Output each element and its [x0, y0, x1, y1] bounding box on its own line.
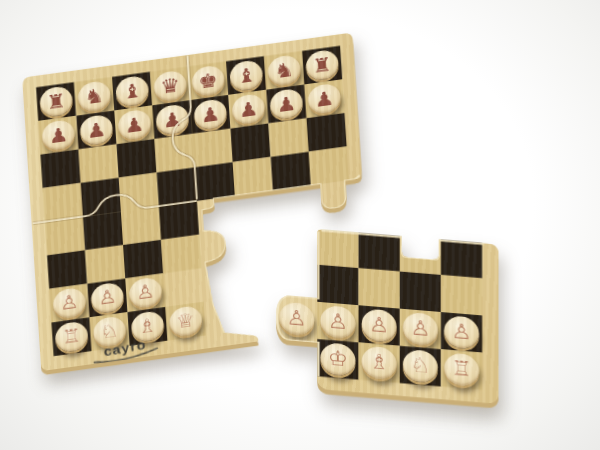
white-king-disc: ♔: [320, 342, 355, 377]
black-pawn-disc: ♟: [79, 113, 113, 146]
square: ♔: [317, 339, 358, 380]
square: [116, 139, 156, 178]
square: [233, 157, 273, 196]
square: [271, 152, 311, 191]
square: [268, 118, 308, 157]
square: ♟: [114, 105, 154, 144]
black-pawn-disc: ♟: [269, 87, 303, 120]
square: [195, 162, 235, 201]
square: ♙: [49, 284, 89, 323]
square: ♕: [165, 302, 205, 341]
white-pawn-disc: ♙: [444, 315, 479, 350]
square: ♜: [302, 46, 342, 85]
square: ♚: [188, 61, 228, 100]
black-king-disc: ♚: [191, 64, 225, 97]
square: [157, 167, 197, 206]
square: ♙: [400, 309, 441, 350]
square: ♜: [36, 82, 76, 121]
square: [441, 275, 482, 316]
square: [40, 149, 80, 188]
black-pawn-disc: ♟: [193, 98, 227, 131]
square: ♞: [264, 51, 304, 90]
white-pawn-disc: ♙: [403, 312, 438, 347]
square: [359, 268, 400, 309]
black-rook-disc: ♜: [39, 85, 73, 118]
detached-puzzle-piece: ♙♙♙♙♙♔♗♘♖: [272, 220, 501, 406]
square: ♟: [304, 79, 344, 118]
square: ♟: [266, 85, 306, 124]
white-rook-disc: ♖: [444, 352, 479, 387]
white-knight-disc: ♘: [403, 349, 438, 384]
square: [159, 201, 199, 240]
white-pawn-disc: ♙: [362, 308, 397, 343]
square: ♙: [125, 273, 165, 312]
square: ♟: [190, 95, 230, 134]
black-rook-disc: ♜: [305, 49, 339, 82]
square: [306, 113, 346, 152]
square: ♙: [441, 312, 482, 353]
black-pawn-disc: ♟: [155, 103, 189, 136]
square: [83, 211, 123, 250]
square: [317, 227, 358, 268]
square: [81, 178, 121, 217]
square: [119, 173, 159, 212]
white-queen-disc: ♕: [168, 305, 202, 338]
square: [359, 231, 400, 272]
square: ♝: [226, 56, 266, 95]
square: ♟: [152, 100, 192, 139]
white-pawn-disc: ♙: [52, 287, 86, 320]
square: [230, 123, 270, 162]
black-bishop-disc: ♝: [115, 75, 149, 108]
square: ♟: [76, 111, 116, 150]
square: ♙: [359, 305, 400, 346]
square: [400, 234, 441, 275]
white-bishop-disc: ♗: [362, 346, 397, 381]
square: [123, 240, 163, 279]
square: [78, 144, 118, 183]
square: [154, 134, 194, 173]
square: [309, 147, 349, 186]
black-pawn-disc: ♟: [231, 93, 265, 126]
square: [45, 217, 85, 256]
square: [121, 206, 161, 245]
white-pawn-disc: ♙: [90, 281, 124, 314]
square: ♘: [400, 346, 441, 387]
black-queen-disc: ♛: [153, 69, 187, 102]
black-pawn-disc: ♟: [41, 119, 75, 152]
square: [317, 265, 358, 306]
white-pawn-disc: ♙: [279, 302, 314, 337]
black-bishop-disc: ♝: [229, 59, 263, 92]
square: ♙: [317, 302, 358, 343]
square: ♖: [441, 349, 482, 390]
detached-piece-surface: ♙♙♙♙♙♔♗♘♖: [272, 220, 501, 406]
black-knight-disc: ♞: [267, 54, 301, 87]
square: ♟: [228, 90, 268, 129]
square: ♞: [74, 77, 114, 116]
square: [47, 250, 87, 289]
white-pawn-disc: ♙: [320, 305, 355, 340]
product-photo: ♜♞♝♛♚♝♞♜♟♟♟♟♟♟♟♟♙♙♙♖♘♗♕ cayro ♙♙♙♙♙♔♗♘♖: [0, 0, 600, 450]
black-pawn-disc: ♟: [117, 108, 151, 141]
black-pawn-disc: ♟: [307, 82, 341, 115]
square: [161, 235, 201, 274]
square: [85, 245, 125, 284]
square: [400, 271, 441, 312]
square: ♝: [112, 72, 152, 111]
detached-piece-grid: ♙♙♙♙♙♔♗♘♖: [276, 224, 482, 390]
square: ♛: [150, 67, 190, 106]
square: ♗: [359, 342, 400, 383]
square: [43, 183, 83, 222]
square: [441, 238, 482, 279]
square: ♙: [276, 298, 317, 339]
square: [192, 129, 232, 168]
square: ♙: [87, 279, 127, 318]
black-knight-disc: ♞: [77, 80, 111, 113]
white-pawn-disc: ♙: [128, 276, 162, 309]
square: ♟: [38, 116, 78, 155]
